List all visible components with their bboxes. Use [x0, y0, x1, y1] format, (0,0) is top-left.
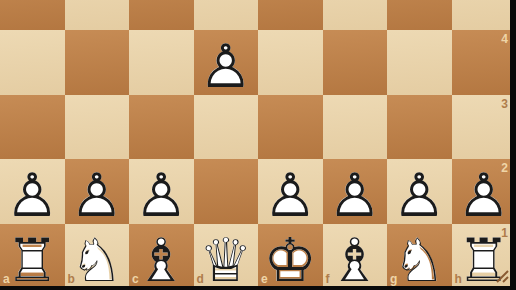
square-c4[interactable] [129, 30, 194, 95]
piece-outline-glyph: ♗ [328, 236, 382, 285]
white-pawn[interactable]: ♟♙ [387, 159, 452, 224]
square-d5[interactable] [194, 0, 259, 30]
square-h1[interactable]: 1h♜♖ [452, 224, 516, 289]
piece-outline-glyph: ♙ [199, 42, 253, 91]
square-f3[interactable] [323, 95, 388, 160]
board-resize-handle[interactable] [495, 269, 509, 283]
piece-outline-glyph: ♙ [457, 171, 511, 220]
square-c3[interactable] [129, 95, 194, 160]
square-b3[interactable] [65, 95, 130, 160]
white-pawn[interactable]: ♟♙ [129, 159, 194, 224]
square-e4[interactable] [258, 30, 323, 95]
square-c5[interactable] [129, 0, 194, 30]
square-d2[interactable] [194, 159, 259, 224]
piece-outline-glyph: ♔ [263, 236, 317, 285]
white-bishop[interactable]: ♝♗ [129, 224, 194, 289]
white-king[interactable]: ♚♔ [258, 224, 323, 289]
white-pawn[interactable]: ♟♙ [65, 159, 130, 224]
right-edge-strip [510, 0, 516, 290]
square-h2[interactable]: 2♟♙ [452, 159, 516, 224]
square-d1[interactable]: d♛♕ [194, 224, 259, 289]
square-f5[interactable] [323, 0, 388, 30]
square-a4[interactable] [0, 30, 65, 95]
square-g4[interactable] [387, 30, 452, 95]
white-pawn[interactable]: ♟♙ [323, 159, 388, 224]
square-e2[interactable]: ♟♙ [258, 159, 323, 224]
chess-app-viewport: ♟♙43♟♙♟♙♟♙♟♙♟♙♟♙2♟♙a♜♖b♞♘c♝♗d♛♕e♚♔f♝♗g♞♘… [0, 0, 516, 290]
square-e3[interactable] [258, 95, 323, 160]
square-a3[interactable] [0, 95, 65, 160]
square-g2[interactable]: ♟♙ [387, 159, 452, 224]
piece-outline-glyph: ♘ [70, 236, 124, 285]
square-h4[interactable]: 4 [452, 30, 516, 95]
piece-outline-glyph: ♙ [392, 171, 446, 220]
white-knight[interactable]: ♞♘ [65, 224, 130, 289]
white-bishop[interactable]: ♝♗ [323, 224, 388, 289]
square-h5[interactable] [452, 0, 516, 30]
square-g5[interactable] [387, 0, 452, 30]
square-f2[interactable]: ♟♙ [323, 159, 388, 224]
square-b1[interactable]: b♞♘ [65, 224, 130, 289]
white-pawn[interactable]: ♟♙ [194, 30, 259, 95]
piece-outline-glyph: ♕ [199, 236, 253, 285]
square-e5[interactable] [258, 0, 323, 30]
white-rook[interactable]: ♜♖ [0, 224, 65, 289]
square-d3[interactable] [194, 95, 259, 160]
square-f1[interactable]: f♝♗ [323, 224, 388, 289]
square-c2[interactable]: ♟♙ [129, 159, 194, 224]
white-knight[interactable]: ♞♘ [387, 224, 452, 289]
piece-outline-glyph: ♖ [5, 236, 59, 285]
square-b2[interactable]: ♟♙ [65, 159, 130, 224]
square-g1[interactable]: g♞♘ [387, 224, 452, 289]
square-h3[interactable]: 3 [452, 95, 516, 160]
square-g3[interactable] [387, 95, 452, 160]
square-e1[interactable]: e♚♔ [258, 224, 323, 289]
piece-outline-glyph: ♙ [70, 171, 124, 220]
rank-label-4: 4 [501, 32, 508, 46]
square-a1[interactable]: a♜♖ [0, 224, 65, 289]
square-c1[interactable]: c♝♗ [129, 224, 194, 289]
square-b4[interactable] [65, 30, 130, 95]
rank-label-3: 3 [501, 97, 508, 111]
square-b5[interactable] [65, 0, 130, 30]
bottom-edge-strip [0, 286, 516, 290]
piece-outline-glyph: ♗ [134, 236, 188, 285]
piece-outline-glyph: ♙ [263, 171, 317, 220]
square-a5[interactable] [0, 0, 65, 30]
white-queen[interactable]: ♛♕ [194, 224, 259, 289]
white-pawn[interactable]: ♟♙ [0, 159, 65, 224]
piece-outline-glyph: ♙ [5, 171, 59, 220]
piece-outline-glyph: ♘ [392, 236, 446, 285]
white-pawn[interactable]: ♟♙ [258, 159, 323, 224]
piece-outline-glyph: ♙ [134, 171, 188, 220]
piece-outline-glyph: ♙ [328, 171, 382, 220]
white-pawn[interactable]: ♟♙ [452, 159, 516, 224]
square-d4[interactable]: ♟♙ [194, 30, 259, 95]
square-a2[interactable]: ♟♙ [0, 159, 65, 224]
chess-board: ♟♙43♟♙♟♙♟♙♟♙♟♙♟♙2♟♙a♜♖b♞♘c♝♗d♛♕e♚♔f♝♗g♞♘… [0, 0, 516, 288]
square-f4[interactable] [323, 30, 388, 95]
